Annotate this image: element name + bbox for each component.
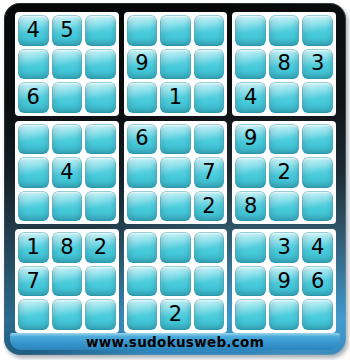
sudoku-cell[interactable] xyxy=(269,191,300,222)
sudoku-cell[interactable]: 6 xyxy=(127,124,158,155)
sudoku-cell[interactable] xyxy=(269,15,300,46)
sudoku-cell[interactable]: 9 xyxy=(269,266,300,297)
site-url-label: www.sudokusweb.com xyxy=(86,334,264,350)
sudoku-cell[interactable]: 2 xyxy=(194,191,225,222)
sudoku-cell[interactable]: 5 xyxy=(52,15,83,46)
sudoku-cell[interactable] xyxy=(194,15,225,46)
sudoku-cell[interactable]: 2 xyxy=(269,157,300,188)
footer-band: www.sudokusweb.com xyxy=(10,333,340,350)
sudoku-cell[interactable] xyxy=(235,232,266,263)
sudoku-cell[interactable] xyxy=(194,232,225,263)
sudoku-cell[interactable] xyxy=(85,49,116,80)
sudoku-cell[interactable] xyxy=(194,124,225,155)
sudoku-cell[interactable] xyxy=(18,191,49,222)
sudoku-cell[interactable]: 3 xyxy=(269,232,300,263)
sudoku-cell[interactable] xyxy=(269,82,300,113)
sudoku-box: 834 xyxy=(232,12,336,116)
sudoku-cell[interactable] xyxy=(160,232,191,263)
sudoku-cell[interactable] xyxy=(269,124,300,155)
sudoku-cell[interactable]: 6 xyxy=(18,82,49,113)
sudoku-cell[interactable] xyxy=(194,49,225,80)
sudoku-cell[interactable] xyxy=(85,15,116,46)
sudoku-cell[interactable]: 9 xyxy=(235,124,266,155)
sudoku-cell[interactable] xyxy=(18,124,49,155)
sudoku-cell[interactable] xyxy=(52,124,83,155)
sudoku-cell[interactable] xyxy=(127,15,158,46)
sudoku-cell[interactable] xyxy=(302,299,333,330)
sudoku-cell[interactable] xyxy=(269,299,300,330)
sudoku-cell[interactable] xyxy=(160,191,191,222)
sudoku-cell[interactable] xyxy=(127,232,158,263)
sudoku-cell[interactable]: 9 xyxy=(127,49,158,80)
sudoku-cell[interactable] xyxy=(85,266,116,297)
sudoku-cell[interactable] xyxy=(52,266,83,297)
sudoku-cell[interactable] xyxy=(194,266,225,297)
sudoku-cell[interactable] xyxy=(85,82,116,113)
board-frame: 456918344672928182723496 www.sudokusweb.… xyxy=(4,3,346,355)
sudoku-cell[interactable] xyxy=(127,157,158,188)
sudoku-cell[interactable] xyxy=(127,299,158,330)
sudoku-cell[interactable]: 8 xyxy=(52,232,83,263)
sudoku-box: 928 xyxy=(232,121,336,225)
sudoku-box: 3496 xyxy=(232,229,336,333)
sudoku-cell[interactable] xyxy=(194,299,225,330)
sudoku-cell[interactable]: 3 xyxy=(302,49,333,80)
sudoku-cell[interactable] xyxy=(302,157,333,188)
sudoku-cell[interactable]: 8 xyxy=(269,49,300,80)
sudoku-box: 1827 xyxy=(15,229,119,333)
sudoku-cell[interactable]: 7 xyxy=(194,157,225,188)
sudoku-cell[interactable] xyxy=(85,124,116,155)
sudoku-cell[interactable] xyxy=(127,191,158,222)
sudoku-cell[interactable]: 4 xyxy=(302,232,333,263)
sudoku-cell[interactable]: 2 xyxy=(85,232,116,263)
sudoku-box: 2 xyxy=(124,229,228,333)
sudoku-cell[interactable]: 7 xyxy=(18,266,49,297)
sudoku-cell[interactable] xyxy=(18,49,49,80)
sudoku-cell[interactable]: 1 xyxy=(18,232,49,263)
sudoku-cell[interactable] xyxy=(160,266,191,297)
sudoku-cell[interactable] xyxy=(52,191,83,222)
sudoku-cell[interactable] xyxy=(302,82,333,113)
sudoku-cell[interactable] xyxy=(235,299,266,330)
sudoku-cell[interactable] xyxy=(160,49,191,80)
sudoku-page: 456918344672928182723496 www.sudokusweb.… xyxy=(0,0,350,360)
sudoku-cell[interactable] xyxy=(52,299,83,330)
sudoku-cell[interactable] xyxy=(85,191,116,222)
sudoku-cell[interactable]: 2 xyxy=(160,299,191,330)
sudoku-cell[interactable] xyxy=(194,82,225,113)
sudoku-cell[interactable]: 8 xyxy=(235,191,266,222)
sudoku-cell[interactable] xyxy=(160,157,191,188)
sudoku-box: 4 xyxy=(15,121,119,225)
sudoku-cell[interactable] xyxy=(302,191,333,222)
sudoku-cell[interactable] xyxy=(160,15,191,46)
sudoku-cell[interactable]: 6 xyxy=(302,266,333,297)
sudoku-cell[interactable] xyxy=(302,124,333,155)
sudoku-cell[interactable] xyxy=(18,157,49,188)
sudoku-box: 672 xyxy=(124,121,228,225)
sudoku-cell[interactable] xyxy=(127,82,158,113)
sudoku-box: 91 xyxy=(124,12,228,116)
sudoku-cell[interactable] xyxy=(160,124,191,155)
sudoku-cell[interactable] xyxy=(52,82,83,113)
sudoku-cell[interactable] xyxy=(18,299,49,330)
sudoku-cell[interactable] xyxy=(235,49,266,80)
sudoku-cell[interactable] xyxy=(85,157,116,188)
sudoku-cell[interactable] xyxy=(127,266,158,297)
sudoku-cell[interactable] xyxy=(235,15,266,46)
sudoku-cell[interactable]: 4 xyxy=(18,15,49,46)
sudoku-cell[interactable] xyxy=(235,266,266,297)
sudoku-cell[interactable]: 4 xyxy=(52,157,83,188)
sudoku-cell[interactable]: 4 xyxy=(235,82,266,113)
sudoku-cell[interactable] xyxy=(235,157,266,188)
sudoku-box: 456 xyxy=(15,12,119,116)
sudoku-cell[interactable] xyxy=(52,49,83,80)
sudoku-cell[interactable] xyxy=(85,299,116,330)
sudoku-cell[interactable] xyxy=(302,15,333,46)
sudoku-cell[interactable]: 1 xyxy=(160,82,191,113)
sudoku-board: 456918344672928182723496 xyxy=(15,12,336,333)
